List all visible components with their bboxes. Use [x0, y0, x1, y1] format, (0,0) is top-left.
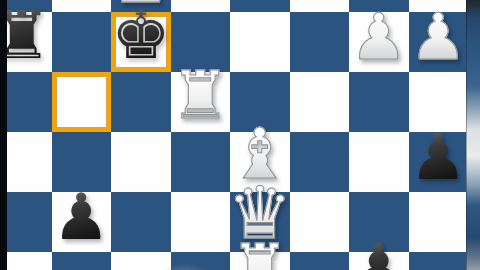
square-b4[interactable]: ♟	[52, 192, 112, 252]
left-letterbox-bar	[0, 0, 7, 270]
square-b0[interactable]	[52, 0, 112, 12]
square-f1[interactable]	[290, 12, 350, 72]
square-e1[interactable]	[230, 12, 290, 72]
square-c3[interactable]	[111, 132, 171, 192]
white-rook[interactable]: ♜	[171, 63, 230, 129]
black-rook[interactable]: ♜	[0, 3, 51, 69]
square-f4[interactable]	[290, 192, 350, 252]
square-h3[interactable]: ♟	[409, 132, 469, 192]
square-a2[interactable]	[0, 72, 52, 132]
square-e5[interactable]: ♜	[230, 252, 290, 270]
square-g2[interactable]	[349, 72, 409, 132]
black-pawn[interactable]: ♟	[53, 185, 110, 249]
square-a1[interactable]: ♜	[0, 12, 52, 72]
faint-piece-top-artifact	[156, 263, 214, 270]
square-a3[interactable]	[0, 132, 52, 192]
square-f2[interactable]	[290, 72, 350, 132]
square-a5[interactable]	[0, 252, 52, 270]
square-b1[interactable]	[52, 12, 112, 72]
white-rook[interactable]: ♜	[230, 236, 289, 270]
square-d3[interactable]	[171, 132, 231, 192]
square-f3[interactable]	[290, 132, 350, 192]
square-g3[interactable]	[349, 132, 409, 192]
square-b2[interactable]	[52, 72, 112, 132]
square-e0[interactable]	[230, 0, 290, 12]
square-g1[interactable]: ♟	[349, 12, 409, 72]
square-d0[interactable]	[171, 0, 231, 12]
chess-board[interactable]: ♟♜♚♟♟♜♝♟♟♛♜♟	[0, 0, 468, 270]
square-h1[interactable]: ♟	[409, 12, 469, 72]
square-c2[interactable]	[111, 72, 171, 132]
square-b5[interactable]	[52, 252, 112, 270]
white-pawn[interactable]: ♟	[410, 5, 467, 69]
square-d4[interactable]	[171, 192, 231, 252]
square-c4[interactable]	[111, 192, 171, 252]
right-blurred-edge	[466, 0, 480, 270]
square-d2[interactable]: ♜	[171, 72, 231, 132]
black-pawn[interactable]: ♟	[410, 125, 467, 189]
white-pawn[interactable]: ♟	[350, 5, 407, 69]
square-c1[interactable]: ♚	[111, 12, 171, 72]
black-pawn[interactable]: ♟	[350, 235, 407, 270]
square-f5[interactable]	[290, 252, 350, 270]
square-a4[interactable]	[0, 192, 52, 252]
black-king[interactable]: ♚	[111, 3, 170, 69]
square-f0[interactable]	[290, 0, 350, 12]
square-h5[interactable]	[409, 252, 469, 270]
square-g5[interactable]: ♟	[349, 252, 409, 270]
square-h4[interactable]	[409, 192, 469, 252]
